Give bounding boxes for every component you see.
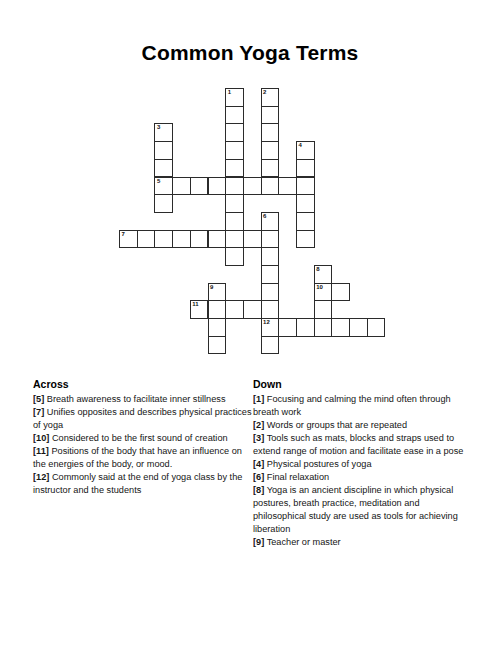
- clue-number-2: 2: [263, 89, 266, 96]
- clue-across-12-text: Commonly said at the end of yoga class b…: [33, 472, 242, 495]
- grid-cell-r10c8[interactable]: [261, 265, 280, 284]
- grid-cell-r12c7[interactable]: [243, 300, 262, 319]
- grid-cell-r8c0[interactable]: 7: [119, 230, 138, 249]
- grid-cell-r13c11[interactable]: [314, 318, 333, 337]
- clue-down-9-number: [9]: [253, 537, 264, 547]
- grid-cell-r8c6[interactable]: [225, 230, 244, 249]
- grid-cell-r5c4[interactable]: [190, 177, 209, 196]
- across-clues: Across [5] Breath awareness to facilitat…: [33, 378, 252, 497]
- clue-number-7: 7: [122, 231, 125, 238]
- grid-cell-r5c10[interactable]: [296, 177, 315, 196]
- grid-cell-r5c6[interactable]: [225, 177, 244, 196]
- clue-number-5: 5: [157, 178, 160, 185]
- grid-cell-r1c6[interactable]: [225, 106, 244, 125]
- clue-across-11-text: Positions of the body that have an influ…: [33, 446, 242, 469]
- grid-cell-r7c6[interactable]: [225, 212, 244, 231]
- clue-across-11: [11] Positions of the body that have an …: [33, 445, 252, 471]
- clue-number-8: 8: [316, 266, 319, 273]
- crossword-grid: 123456789101112: [119, 88, 386, 355]
- grid-cell-r14c8[interactable]: [261, 336, 280, 355]
- grid-cell-r4c6[interactable]: [225, 159, 244, 178]
- grid-cell-r5c3[interactable]: [172, 177, 191, 196]
- clue-down-1-number: [1]: [253, 394, 264, 404]
- grid-cell-r5c5[interactable]: [208, 177, 227, 196]
- clue-across-10-text: Considered to be the first sound of crea…: [52, 433, 228, 443]
- grid-cell-r11c12[interactable]: [331, 283, 350, 302]
- grid-cell-r12c11[interactable]: [314, 300, 333, 319]
- grid-cell-r8c4[interactable]: [190, 230, 209, 249]
- grid-cell-r6c2[interactable]: [154, 194, 173, 213]
- grid-cell-r10c11[interactable]: 8: [314, 265, 333, 284]
- clue-across-12: [12] Commonly said at the end of yoga cl…: [33, 471, 252, 497]
- clue-number-12: 12: [263, 319, 270, 326]
- grid-cell-r4c8[interactable]: [261, 159, 280, 178]
- clue-across-7-text: Unifies opposites and describes physical…: [33, 407, 252, 430]
- grid-cell-r5c2[interactable]: 5: [154, 177, 173, 196]
- grid-cell-r3c6[interactable]: [225, 141, 244, 160]
- grid-cell-r13c8[interactable]: 12: [261, 318, 280, 337]
- grid-cell-r0c6[interactable]: 1: [225, 88, 244, 107]
- grid-cell-r5c9[interactable]: [278, 177, 297, 196]
- grid-cell-r7c8[interactable]: 6: [261, 212, 280, 231]
- clue-across-7: [7] Unifies opposites and describes phys…: [33, 406, 252, 432]
- clue-across-5-text: Breath awareness to facilitate inner sti…: [47, 394, 226, 404]
- down-heading: Down: [253, 378, 472, 391]
- grid-cell-r5c7[interactable]: [243, 177, 262, 196]
- clue-down-2-number: [2]: [253, 420, 264, 430]
- clue-down-9-text: Teacher or master: [267, 537, 341, 547]
- grid-cell-r4c10[interactable]: [296, 159, 315, 178]
- grid-cell-r11c8[interactable]: [261, 283, 280, 302]
- grid-cell-r5c8[interactable]: [261, 177, 280, 196]
- grid-cell-r2c8[interactable]: [261, 123, 280, 142]
- across-heading: Across: [33, 378, 252, 391]
- grid-cell-r12c5[interactable]: [208, 300, 227, 319]
- clue-down-6: [6] Final relaxation: [253, 471, 472, 484]
- clue-down-8: [8] Yoga is an ancient discipline in whi…: [253, 484, 472, 536]
- grid-cell-r13c13[interactable]: [349, 318, 368, 337]
- clue-down-1: [1] Focusing and calming the mind often …: [253, 393, 472, 419]
- clue-down-3: [3] Tools such as mats, blocks and strap…: [253, 432, 472, 458]
- down-clues: Down [1] Focusing and calming the mind o…: [253, 378, 472, 549]
- clue-down-4-text: Physical postures of yoga: [267, 459, 372, 469]
- clue-down-4-number: [4]: [253, 459, 264, 469]
- grid-cell-r8c7[interactable]: [243, 230, 262, 249]
- clue-down-3-number: [3]: [253, 433, 264, 443]
- clue-across-10-number: [10]: [33, 433, 49, 443]
- grid-cell-r3c8[interactable]: [261, 141, 280, 160]
- clue-across-5: [5] Breath awareness to facilitate inner…: [33, 393, 252, 406]
- grid-cell-r8c10[interactable]: [296, 230, 315, 249]
- clue-down-6-text: Final relaxation: [267, 472, 329, 482]
- grid-cell-r4c2[interactable]: [154, 159, 173, 178]
- grid-cell-r6c6[interactable]: [225, 194, 244, 213]
- grid-cell-r13c5[interactable]: [208, 318, 227, 337]
- grid-cell-r12c6[interactable]: [225, 300, 244, 319]
- grid-cell-r14c5[interactable]: [208, 336, 227, 355]
- grid-cell-r9c6[interactable]: [225, 247, 244, 266]
- clue-across-7-number: [7]: [33, 407, 44, 417]
- grid-cell-r0c8[interactable]: 2: [261, 88, 280, 107]
- clue-number-6: 6: [263, 213, 266, 220]
- grid-cell-r8c2[interactable]: [154, 230, 173, 249]
- grid-cell-r11c11[interactable]: 10: [314, 283, 333, 302]
- grid-cell-r12c4[interactable]: 11: [190, 300, 209, 319]
- clue-down-2: [2] Words or groups that are repeated: [253, 419, 472, 432]
- grid-cell-r3c10[interactable]: 4: [296, 141, 315, 160]
- grid-cell-r8c1[interactable]: [137, 230, 156, 249]
- clue-across-12-number: [12]: [33, 472, 49, 482]
- grid-cell-r6c10[interactable]: [296, 194, 315, 213]
- clue-number-3: 3: [157, 124, 160, 131]
- clue-down-6-number: [6]: [253, 472, 264, 482]
- grid-cell-r2c6[interactable]: [225, 123, 244, 142]
- grid-cell-r8c3[interactable]: [172, 230, 191, 249]
- grid-cell-r1c8[interactable]: [261, 106, 280, 125]
- clue-across-5-number: [5]: [33, 394, 44, 404]
- clue-down-9: [9] Teacher or master: [253, 536, 472, 549]
- clue-down-8-text: Yoga is an ancient discipline in which p…: [253, 485, 458, 534]
- grid-cell-r3c2[interactable]: [154, 141, 173, 160]
- grid-cell-r7c10[interactable]: [296, 212, 315, 231]
- clue-down-1-text: Focusing and calming the mind often thro…: [253, 394, 451, 417]
- clue-across-10: [10] Considered to be the first sound of…: [33, 432, 252, 445]
- clue-number-4: 4: [299, 142, 302, 149]
- clue-down-8-number: [8]: [253, 485, 264, 495]
- grid-cell-r11c5[interactable]: 9: [208, 283, 227, 302]
- clue-number-10: 10: [316, 284, 323, 291]
- grid-cell-r13c9[interactable]: [278, 318, 297, 337]
- grid-cell-r12c8[interactable]: [261, 300, 280, 319]
- page-title: Common Yoga Terms: [0, 41, 500, 65]
- grid-cell-r8c8[interactable]: [261, 230, 280, 249]
- clue-down-2-text: Words or groups that are repeated: [267, 420, 407, 430]
- clue-number-11: 11: [192, 301, 198, 308]
- clue-across-11-number: [11]: [33, 446, 49, 456]
- grid-cell-r13c14[interactable]: [367, 318, 386, 337]
- grid-cell-r8c5[interactable]: [208, 230, 227, 249]
- clue-down-4: [4] Physical postures of yoga: [253, 458, 472, 471]
- clue-number-9: 9: [210, 284, 213, 291]
- clue-down-3-text: Tools such as mats, blocks and straps us…: [253, 433, 463, 456]
- grid-cell-r13c10[interactable]: [296, 318, 315, 337]
- grid-cell-r13c12[interactable]: [331, 318, 350, 337]
- clue-number-1: 1: [228, 89, 231, 96]
- grid-cell-r2c2[interactable]: 3: [154, 123, 173, 142]
- grid-cell-r9c8[interactable]: [261, 247, 280, 266]
